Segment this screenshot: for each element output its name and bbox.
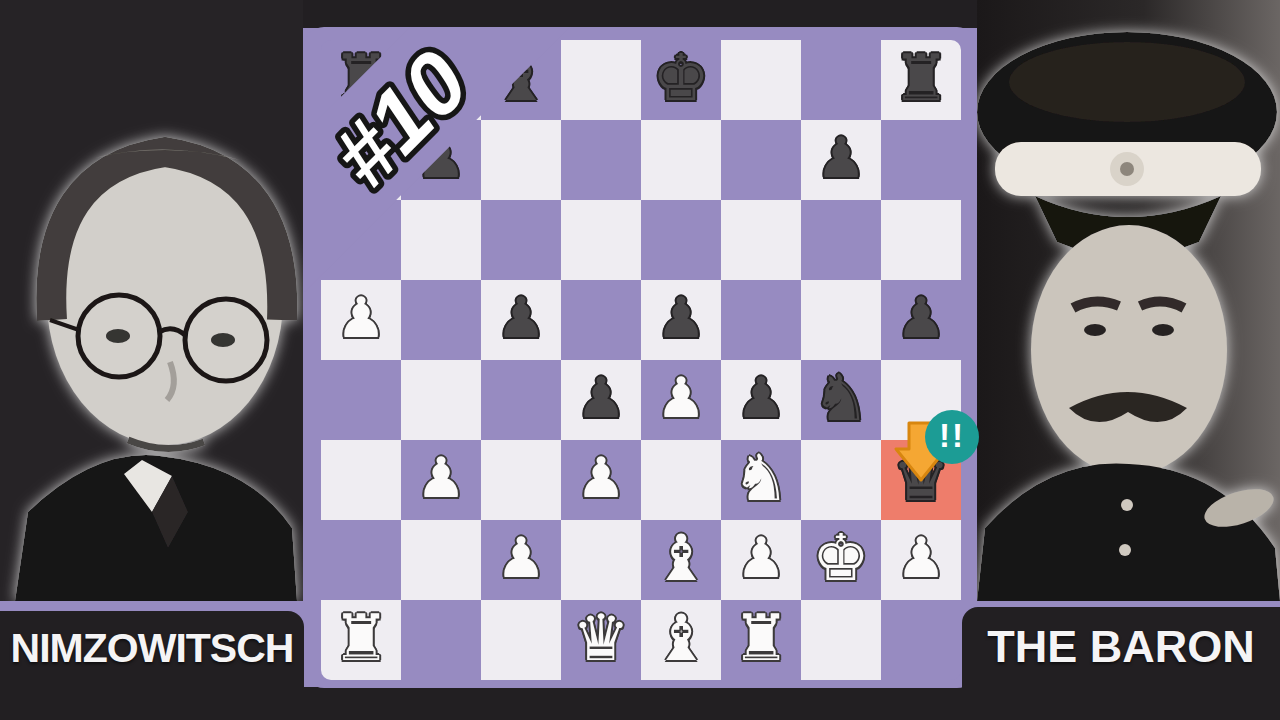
piece-black-rook: ♜ [892, 40, 949, 118]
piece-white-bishop: ♝ [652, 598, 709, 678]
square-g7[interactable]: ♟ [801, 120, 881, 200]
piece-white-pawn: ♟ [896, 518, 946, 598]
square-d5[interactable] [561, 280, 641, 360]
square-h7[interactable] [881, 120, 961, 200]
piece-white-pawn: ♟ [336, 278, 386, 358]
the-baron-photo [977, 0, 1280, 601]
square-e7[interactable] [641, 120, 721, 200]
square-e4[interactable]: ♟ [641, 360, 721, 440]
square-e3[interactable] [641, 440, 721, 520]
square-b1[interactable] [401, 600, 481, 680]
square-c7[interactable] [481, 120, 561, 200]
piece-black-knight: ♞ [812, 358, 869, 438]
square-g4[interactable]: ♞ [801, 360, 881, 440]
square-f6[interactable] [721, 200, 801, 280]
piece-white-rook: ♜ [732, 598, 789, 678]
square-a5[interactable]: ♟ [321, 280, 401, 360]
square-a3[interactable] [321, 440, 401, 520]
square-e1[interactable]: ♝ [641, 600, 721, 680]
square-d3[interactable]: ♟ [561, 440, 641, 520]
player-name-left: NIMZOWITSCH [11, 625, 294, 720]
piece-white-pawn: ♟ [736, 518, 786, 598]
brilliant-move-text: !! [939, 409, 965, 463]
square-g2[interactable]: ♚ [801, 520, 881, 600]
square-g5[interactable] [801, 280, 881, 360]
piece-white-pawn: ♟ [496, 518, 546, 598]
board-panel: ♜♝♚♜♟♟♟♟♟♟♟♟♟♞♟♟♞♛♟♝♟♚♟♜♛♝♜ #10 [304, 27, 977, 688]
square-g8[interactable] [801, 40, 881, 120]
square-f4[interactable]: ♟ [721, 360, 801, 440]
square-d8[interactable] [561, 40, 641, 120]
piece-white-rook: ♜ [332, 598, 389, 678]
piece-white-pawn: ♟ [576, 438, 626, 518]
piece-black-pawn: ♟ [736, 358, 786, 438]
piece-white-queen: ♛ [572, 598, 629, 678]
square-f7[interactable] [721, 120, 801, 200]
nimzowitsch-portrait-icon [0, 0, 303, 601]
player-name-right: THE BARON [987, 621, 1255, 720]
square-f1[interactable]: ♜ [721, 600, 801, 680]
square-c1[interactable] [481, 600, 561, 680]
square-h8[interactable]: ♜ [881, 40, 961, 120]
piece-black-pawn: ♟ [896, 278, 946, 358]
square-a2[interactable] [321, 520, 401, 600]
square-d2[interactable] [561, 520, 641, 600]
square-h2[interactable]: ♟ [881, 520, 961, 600]
name-bar-left: NIMZOWITSCH [0, 611, 304, 720]
square-e6[interactable] [641, 200, 721, 280]
square-h6[interactable] [881, 200, 961, 280]
square-g6[interactable] [801, 200, 881, 280]
square-c2[interactable]: ♟ [481, 520, 561, 600]
thumbnail-canvas: ♜♝♚♜♟♟♟♟♟♟♟♟♟♞♟♟♞♛♟♝♟♚♟♜♛♝♜ #10 [0, 0, 1280, 720]
square-e5[interactable]: ♟ [641, 280, 721, 360]
square-d1[interactable]: ♛ [561, 600, 641, 680]
piece-black-pawn: ♟ [496, 278, 546, 358]
square-h5[interactable]: ♟ [881, 280, 961, 360]
brilliant-move-badge: !! [925, 410, 979, 464]
piece-white-bishop: ♝ [652, 518, 709, 598]
square-h1[interactable] [881, 600, 961, 680]
piece-black-pawn: ♟ [656, 278, 706, 358]
piece-black-pawn: ♟ [576, 358, 626, 438]
piece-black-pawn: ♟ [816, 118, 866, 198]
square-f8[interactable] [721, 40, 801, 120]
square-b6[interactable] [401, 200, 481, 280]
nimzowitsch-photo [0, 0, 303, 601]
square-e2[interactable]: ♝ [641, 520, 721, 600]
square-b2[interactable] [401, 520, 481, 600]
square-f5[interactable] [721, 280, 801, 360]
square-c3[interactable] [481, 440, 561, 520]
piece-white-pawn: ♟ [656, 358, 706, 438]
square-a1[interactable]: ♜ [321, 600, 401, 680]
square-d4[interactable]: ♟ [561, 360, 641, 440]
square-c6[interactable] [481, 200, 561, 280]
piece-white-king: ♚ [812, 518, 869, 598]
square-d6[interactable] [561, 200, 641, 280]
square-f3[interactable]: ♞ [721, 440, 801, 520]
square-g3[interactable] [801, 440, 881, 520]
square-d7[interactable] [561, 120, 641, 200]
square-c5[interactable]: ♟ [481, 280, 561, 360]
square-b4[interactable] [401, 360, 481, 440]
square-e8[interactable]: ♚ [641, 40, 721, 120]
name-bar-right: THE BARON [962, 607, 1280, 720]
square-c4[interactable] [481, 360, 561, 440]
square-a4[interactable] [321, 360, 401, 440]
the-baron-portrait-icon [977, 0, 1280, 601]
piece-black-king: ♚ [652, 40, 709, 118]
square-b5[interactable] [401, 280, 481, 360]
piece-white-pawn: ♟ [416, 438, 466, 518]
square-f2[interactable]: ♟ [721, 520, 801, 600]
square-g1[interactable] [801, 600, 881, 680]
piece-white-knight: ♞ [732, 438, 789, 518]
square-b3[interactable]: ♟ [401, 440, 481, 520]
